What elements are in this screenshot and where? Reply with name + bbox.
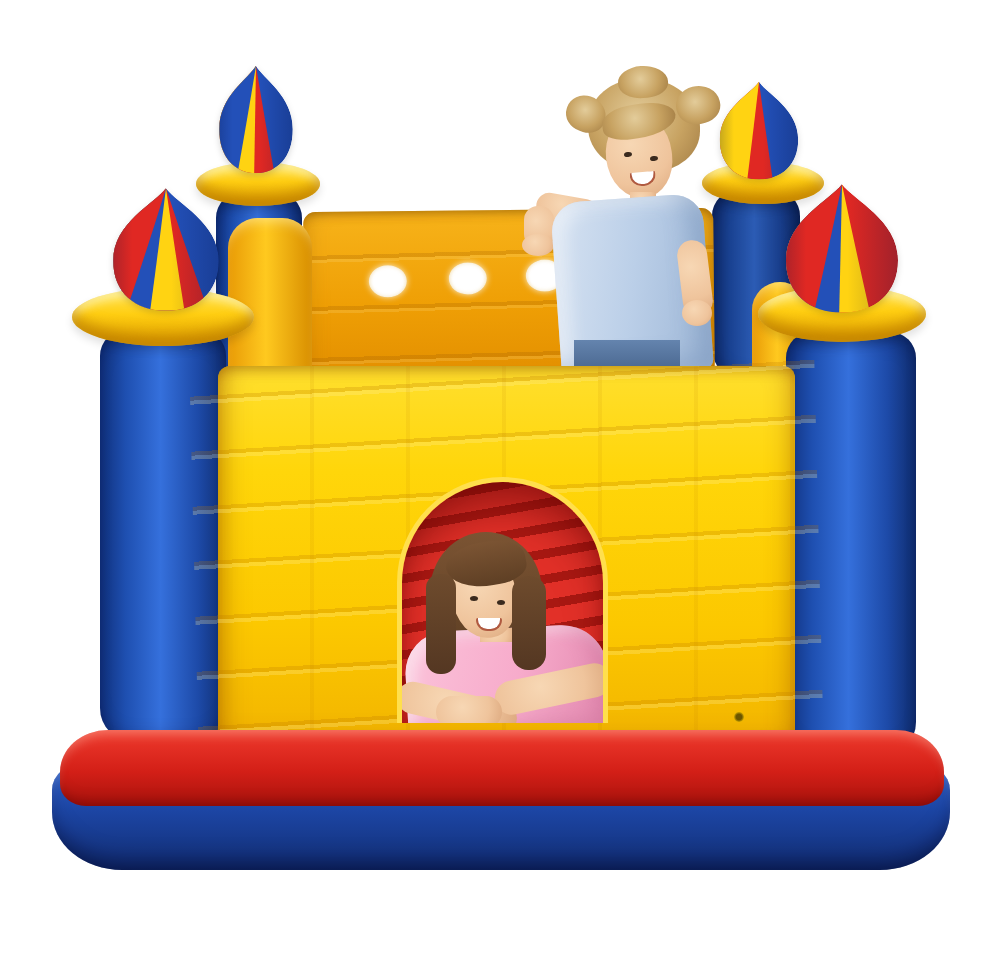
tower-back-left-dome [210, 64, 302, 176]
tower-front-right-dome [772, 182, 912, 316]
tower-back-right-dome [710, 80, 808, 182]
boy-hand-right [682, 300, 712, 326]
boy-hand-left [522, 234, 554, 256]
girl-eye-left [470, 596, 478, 601]
tower-front-left-dome [100, 186, 232, 314]
girl-hands [436, 696, 502, 723]
girl-hair-lock-right [512, 576, 546, 670]
base-red-bumper [60, 730, 944, 806]
doorway-arch [397, 477, 608, 723]
product-photo-stage [0, 0, 1000, 977]
girl-eye-right [497, 600, 505, 605]
girl-hair-lock-left [426, 574, 456, 674]
front-wall [218, 366, 795, 746]
air-valve [734, 712, 744, 722]
